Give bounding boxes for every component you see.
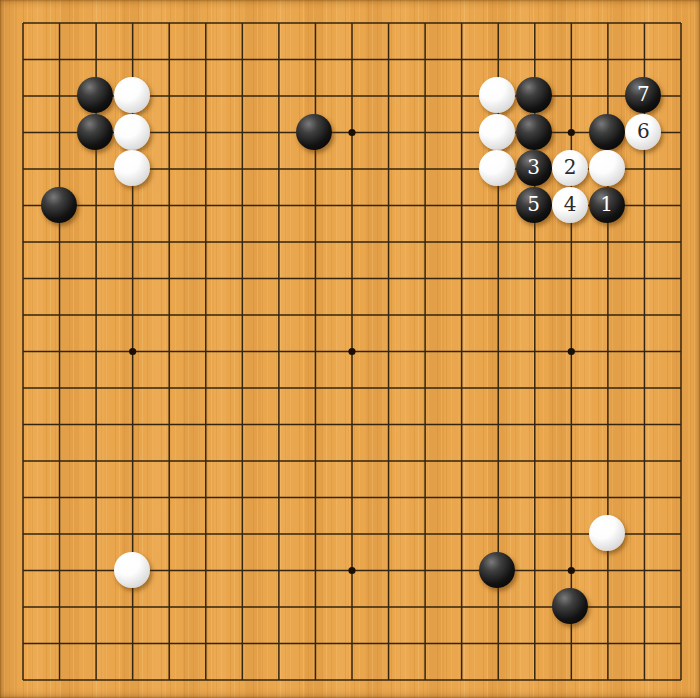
stone-black-P16 — [516, 114, 552, 150]
go-board[interactable]: 3517246 — [0, 0, 700, 698]
move-number-label: 4 — [564, 194, 577, 214]
stone-black-P15: 3 — [516, 150, 552, 186]
stone-black-B14 — [41, 187, 77, 223]
stone-white-D17 — [114, 77, 150, 113]
stone-white-Q14: 4 — [552, 187, 588, 223]
stone-black-R16 — [589, 114, 625, 150]
stone-black-J16 — [296, 114, 332, 150]
move-number-label: 1 — [600, 194, 613, 214]
stone-black-C16 — [77, 114, 113, 150]
stone-white-R5 — [589, 515, 625, 551]
stone-black-R14: 1 — [589, 187, 625, 223]
stone-black-S17: 7 — [625, 77, 661, 113]
stone-black-C17 — [77, 77, 113, 113]
move-number-label: 7 — [637, 84, 650, 104]
move-number-label: 6 — [637, 121, 650, 141]
move-number-label: 3 — [527, 157, 540, 177]
stone-white-R15 — [589, 150, 625, 186]
stone-white-O17 — [479, 77, 515, 113]
board-grid[interactable]: 3517246 — [4, 4, 698, 698]
stone-black-Q3 — [552, 588, 588, 624]
stone-white-Q15: 2 — [552, 150, 588, 186]
stone-black-P14: 5 — [516, 187, 552, 223]
move-number-label: 5 — [527, 194, 540, 214]
stone-white-O15 — [479, 150, 515, 186]
stone-white-D16 — [114, 114, 150, 150]
stone-black-P17 — [516, 77, 552, 113]
stone-white-D15 — [114, 150, 150, 186]
stone-white-S16: 6 — [625, 114, 661, 150]
stone-black-O4 — [479, 552, 515, 588]
stone-white-O16 — [479, 114, 515, 150]
move-number-label: 2 — [564, 157, 577, 177]
stone-white-D4 — [114, 552, 150, 588]
